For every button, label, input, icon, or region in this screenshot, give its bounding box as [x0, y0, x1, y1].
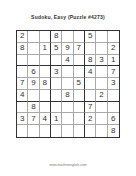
cell-r4c7: 4 — [85, 66, 96, 78]
cell-r5c3: 8 — [40, 78, 51, 90]
cell-r1c2 — [28, 31, 39, 43]
cell-r7c8 — [96, 102, 107, 114]
cell-r8c4: 1 — [51, 113, 62, 125]
cell-r5c1: 7 — [17, 78, 28, 90]
cell-r9c2 — [28, 125, 39, 137]
cell-r6c6 — [74, 90, 85, 102]
cell-r1c5 — [62, 31, 73, 43]
cell-r6c1: 4 — [17, 90, 28, 102]
cell-r1c4: 8 — [51, 31, 62, 43]
cell-r7c5 — [62, 102, 73, 114]
cell-r7c4 — [51, 102, 62, 114]
cell-r9c8 — [96, 125, 107, 137]
cell-r9c4 — [51, 125, 62, 137]
cell-r9c1 — [17, 125, 28, 137]
cell-r5c7 — [85, 78, 96, 90]
cell-r3c3 — [40, 55, 51, 67]
cell-r5c5 — [62, 78, 73, 90]
cell-r8c6 — [74, 113, 85, 125]
cell-r6c5: 8 — [62, 90, 73, 102]
cell-r8c8 — [96, 113, 107, 125]
cell-r6c8: 2 — [96, 90, 107, 102]
cell-r3c2 — [28, 55, 39, 67]
cell-r8c3: 4 — [40, 113, 51, 125]
page-title: Sudoku, Easy (Puzzle #4273) — [0, 14, 136, 20]
cell-r6c7 — [85, 90, 96, 102]
cell-r3c8: 3 — [96, 55, 107, 67]
cell-r5c8 — [96, 78, 107, 90]
cell-r5c4 — [51, 78, 62, 90]
cell-r1c3 — [40, 31, 51, 43]
cell-r6c2 — [28, 90, 39, 102]
cell-r1c6 — [74, 31, 85, 43]
puzzle-page: Sudoku, Easy (Puzzle #4273) 285815972483… — [0, 0, 136, 176]
cell-r7c1 — [17, 102, 28, 114]
cell-r9c3 — [40, 125, 51, 137]
cell-r4c4: 3 — [51, 66, 62, 78]
cell-r2c2 — [28, 43, 39, 55]
cell-r2c4: 5 — [51, 43, 62, 55]
cell-r3c1 — [17, 55, 28, 67]
cell-r4c5 — [62, 66, 73, 78]
cell-r2c3: 1 — [40, 43, 51, 55]
cell-r3c7: 8 — [85, 55, 96, 67]
cell-r5c2: 9 — [28, 78, 39, 90]
cell-r4c2: 6 — [28, 66, 39, 78]
cell-r5c6: 5 — [74, 78, 85, 90]
cell-r3c4 — [51, 55, 62, 67]
sudoku-grid: 2858159724831634779853482873741268 — [16, 30, 120, 138]
cell-r3c9: 1 — [108, 55, 119, 67]
cell-r8c5 — [62, 113, 73, 125]
cell-r8c9: 6 — [108, 113, 119, 125]
cell-r7c7: 7 — [85, 102, 96, 114]
cell-r4c1 — [17, 66, 28, 78]
cell-r4c6 — [74, 66, 85, 78]
cell-r2c1: 8 — [17, 43, 28, 55]
cell-r7c9 — [108, 102, 119, 114]
cell-r9c9: 8 — [108, 125, 119, 137]
cell-r3c5: 4 — [62, 55, 73, 67]
cell-r6c3 — [40, 90, 51, 102]
cell-r7c2: 8 — [28, 102, 39, 114]
cell-r9c7 — [85, 125, 96, 137]
footer-url: www.mathinenglish.com — [0, 163, 136, 167]
cell-r5c9: 3 — [108, 78, 119, 90]
cell-r6c4 — [51, 90, 62, 102]
cell-r4c3 — [40, 66, 51, 78]
cell-r9c6 — [74, 125, 85, 137]
cell-r2c6: 7 — [74, 43, 85, 55]
cell-r6c9 — [108, 90, 119, 102]
cell-r1c1: 2 — [17, 31, 28, 43]
cell-r4c8 — [96, 66, 107, 78]
cell-r4c9: 7 — [108, 66, 119, 78]
cell-r8c2: 7 — [28, 113, 39, 125]
cell-r7c3 — [40, 102, 51, 114]
cell-r2c9: 2 — [108, 43, 119, 55]
cell-r3c6 — [74, 55, 85, 67]
cell-r1c9 — [108, 31, 119, 43]
cell-r1c7: 5 — [85, 31, 96, 43]
cell-r2c7 — [85, 43, 96, 55]
cell-r2c5: 9 — [62, 43, 73, 55]
cell-r2c8 — [96, 43, 107, 55]
cell-r7c6 — [74, 102, 85, 114]
cell-r1c8 — [96, 31, 107, 43]
cell-r8c7: 2 — [85, 113, 96, 125]
cell-r8c1: 3 — [17, 113, 28, 125]
cell-r9c5 — [62, 125, 73, 137]
